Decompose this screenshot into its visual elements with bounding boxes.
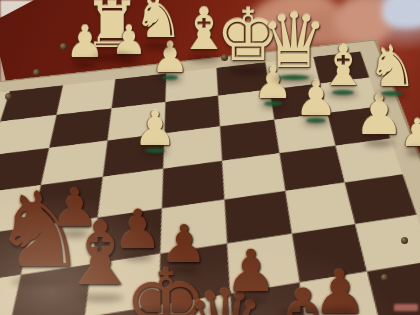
piece-shadow	[61, 230, 90, 238]
pieces-layer: ♜♞♝♚♛♝♞♟♟♟♟♟♟♟♟♞♟♝♟♚♟♛♟♝♟	[0, 0, 420, 315]
piece-shadow	[324, 308, 357, 315]
chess-photo-scene: ♜♞♝♚♛♝♞♟♟♟♟♟♟♟♟♞♟♝♟♚♟♛♟♝♟	[0, 0, 420, 315]
piece-shadow	[123, 253, 153, 261]
felt-base	[264, 101, 282, 106]
piece-shadow	[200, 308, 250, 315]
felt-base	[332, 90, 354, 95]
piece-shadow	[235, 296, 267, 304]
piece-shadow	[277, 308, 329, 315]
felt-base	[306, 118, 325, 123]
piece-shadow	[73, 60, 97, 68]
piece-shadow	[143, 42, 174, 50]
black-pawn-e7: ♟	[153, 218, 215, 270]
watermark	[394, 304, 418, 311]
piece-shadow	[228, 67, 268, 75]
piece-shadow	[364, 139, 395, 147]
white-pawn-a2: ♟	[394, 114, 420, 152]
felt-base	[279, 75, 309, 80]
piece-shadow	[76, 294, 124, 302]
white-pawn-e4: ♟	[126, 104, 184, 152]
piece-shadow	[140, 308, 192, 315]
piece-shadow	[11, 278, 68, 286]
felt-base	[145, 148, 164, 153]
piece-shadow	[188, 54, 220, 62]
piece-shadow	[118, 56, 140, 64]
piece-shadow	[170, 266, 199, 274]
felt-base	[381, 91, 403, 96]
